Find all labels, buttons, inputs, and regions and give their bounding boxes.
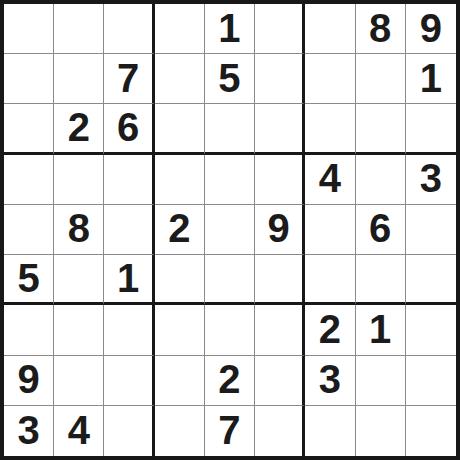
given-digit: 3 (17, 410, 39, 450)
cell-r1c6[interactable] (255, 4, 305, 54)
cell-r2c4[interactable] (155, 54, 205, 104)
cell-r8c5[interactable]: 2 (205, 356, 255, 406)
cell-r9c4[interactable] (155, 406, 205, 456)
cell-r2c6[interactable] (255, 54, 305, 104)
cell-r4c5[interactable] (205, 155, 255, 205)
given-digit: 4 (319, 158, 341, 198)
cell-r4c9[interactable]: 3 (406, 155, 456, 205)
cell-r1c3[interactable] (104, 4, 154, 54)
cell-r5c1[interactable] (4, 205, 54, 255)
cell-r6c1[interactable]: 5 (4, 255, 54, 305)
cell-r5c8[interactable]: 6 (356, 205, 406, 255)
cell-r8c9[interactable] (406, 356, 456, 406)
given-digit: 1 (117, 258, 139, 298)
cell-r5c3[interactable] (104, 205, 154, 255)
cell-r9c7[interactable] (305, 406, 355, 456)
given-digit: 2 (319, 309, 341, 349)
cell-r4c2[interactable] (54, 155, 104, 205)
cell-r1c9[interactable]: 9 (406, 4, 456, 54)
given-digit: 9 (420, 8, 442, 48)
given-digit: 5 (17, 258, 39, 298)
given-digit: 5 (218, 58, 240, 98)
given-digit: 4 (68, 410, 90, 450)
cell-r3c7[interactable] (305, 104, 355, 154)
sudoku-puzzle: 189751264382965121923347 (0, 0, 460, 460)
cell-r8c2[interactable] (54, 356, 104, 406)
cell-r8c1[interactable]: 9 (4, 356, 54, 406)
cell-r2c9[interactable]: 1 (406, 54, 456, 104)
cell-r2c7[interactable] (305, 54, 355, 104)
cell-r7c7[interactable]: 2 (305, 305, 355, 355)
cell-r3c6[interactable] (255, 104, 305, 154)
given-digit: 1 (369, 309, 391, 349)
given-digit: 7 (218, 410, 240, 450)
cell-r6c9[interactable] (406, 255, 456, 305)
cell-r6c2[interactable] (54, 255, 104, 305)
cell-r3c2[interactable]: 2 (54, 104, 104, 154)
cell-r7c3[interactable] (104, 305, 154, 355)
cell-r5c2[interactable]: 8 (54, 205, 104, 255)
cell-r6c7[interactable] (305, 255, 355, 305)
cell-r6c4[interactable] (155, 255, 205, 305)
cell-r8c6[interactable] (255, 356, 305, 406)
cell-r5c9[interactable] (406, 205, 456, 255)
cell-r4c1[interactable] (4, 155, 54, 205)
given-digit: 7 (117, 58, 139, 98)
given-digit: 3 (420, 158, 442, 198)
cell-r3c1[interactable] (4, 104, 54, 154)
cell-r7c9[interactable] (406, 305, 456, 355)
cell-r1c5[interactable]: 1 (205, 4, 255, 54)
sudoku-board: 189751264382965121923347 (0, 0, 460, 460)
cell-r2c2[interactable] (54, 54, 104, 104)
cell-r2c5[interactable]: 5 (205, 54, 255, 104)
cell-r7c6[interactable] (255, 305, 305, 355)
cell-r6c5[interactable] (205, 255, 255, 305)
given-digit: 3 (319, 359, 341, 399)
cell-r8c8[interactable] (356, 356, 406, 406)
cell-r4c8[interactable] (356, 155, 406, 205)
given-digit: 1 (420, 58, 442, 98)
given-digit: 2 (218, 359, 240, 399)
cell-r3c5[interactable] (205, 104, 255, 154)
cell-r5c6[interactable]: 9 (255, 205, 305, 255)
cell-r1c1[interactable] (4, 4, 54, 54)
cell-r6c6[interactable] (255, 255, 305, 305)
cell-r7c2[interactable] (54, 305, 104, 355)
cell-r9c2[interactable]: 4 (54, 406, 104, 456)
cell-r1c2[interactable] (54, 4, 104, 54)
cell-r7c4[interactable] (155, 305, 205, 355)
given-digit: 2 (68, 107, 90, 147)
cell-r4c4[interactable] (155, 155, 205, 205)
cell-r8c4[interactable] (155, 356, 205, 406)
cell-r3c9[interactable] (406, 104, 456, 154)
given-digit: 9 (268, 208, 290, 248)
cell-r9c5[interactable]: 7 (205, 406, 255, 456)
cell-r5c4[interactable]: 2 (155, 205, 205, 255)
cell-r1c8[interactable]: 8 (356, 4, 406, 54)
cell-r1c7[interactable] (305, 4, 355, 54)
cell-r6c3[interactable]: 1 (104, 255, 154, 305)
cell-r7c8[interactable]: 1 (356, 305, 406, 355)
cell-r9c9[interactable] (406, 406, 456, 456)
given-digit: 8 (369, 8, 391, 48)
cell-r9c3[interactable] (104, 406, 154, 456)
cell-r7c5[interactable] (205, 305, 255, 355)
cell-r8c3[interactable] (104, 356, 154, 406)
given-digit: 1 (218, 8, 240, 48)
cell-r9c8[interactable] (356, 406, 406, 456)
given-digit: 6 (117, 107, 139, 147)
cell-r8c7[interactable]: 3 (305, 356, 355, 406)
given-digit: 9 (17, 359, 39, 399)
given-digit: 8 (68, 208, 90, 248)
cell-r5c7[interactable] (305, 205, 355, 255)
cell-r3c3[interactable]: 6 (104, 104, 154, 154)
given-digit: 2 (168, 208, 190, 248)
cell-r1c4[interactable] (155, 4, 205, 54)
cell-r5c5[interactable] (205, 205, 255, 255)
cell-r3c8[interactable] (356, 104, 406, 154)
cell-r9c6[interactable] (255, 406, 305, 456)
given-digit: 6 (369, 208, 391, 248)
cell-r6c8[interactable] (356, 255, 406, 305)
cell-r4c7[interactable]: 4 (305, 155, 355, 205)
cell-r3c4[interactable] (155, 104, 205, 154)
cell-r7c1[interactable] (4, 305, 54, 355)
cell-r4c6[interactable] (255, 155, 305, 205)
cell-r2c3[interactable]: 7 (104, 54, 154, 104)
cell-r4c3[interactable] (104, 155, 154, 205)
cell-r9c1[interactable]: 3 (4, 406, 54, 456)
cell-r2c8[interactable] (356, 54, 406, 104)
cell-r2c1[interactable] (4, 54, 54, 104)
